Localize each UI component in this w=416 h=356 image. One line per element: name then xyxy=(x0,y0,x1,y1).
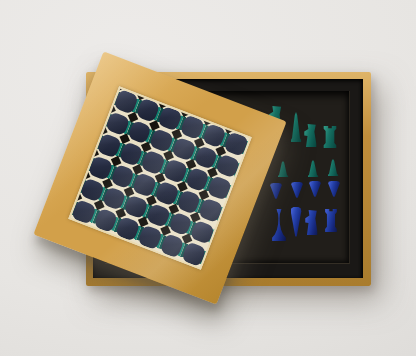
blue-pawn-2 xyxy=(291,182,303,198)
green-knight xyxy=(304,124,318,147)
green-pawn-3 xyxy=(328,159,339,176)
green-pawn-2 xyxy=(308,160,319,177)
blue-rook xyxy=(324,209,338,232)
blue-pawn-3 xyxy=(309,181,321,197)
blue-king xyxy=(272,209,287,241)
blue-pawn-1 xyxy=(270,183,282,199)
lid-pattern-grid xyxy=(68,86,251,269)
green-pawn-1 xyxy=(278,161,289,177)
blue-bishop xyxy=(291,207,302,237)
green-rook xyxy=(323,126,338,148)
green-pawn-partial xyxy=(291,112,302,142)
product-photo-stage xyxy=(0,0,416,356)
lid-pattern-panel xyxy=(68,86,251,269)
blue-pawn-4 xyxy=(328,181,340,197)
blue-knight xyxy=(305,210,319,235)
